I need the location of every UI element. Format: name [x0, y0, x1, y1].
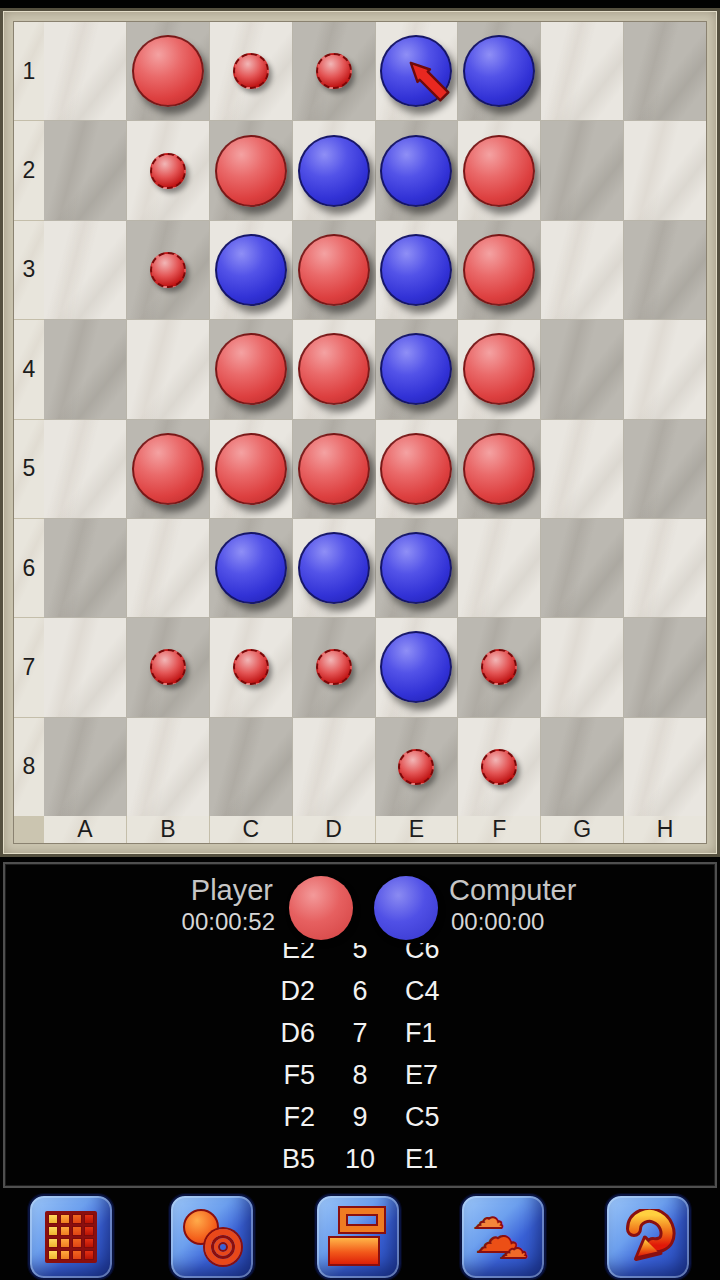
board-grid-icon — [45, 1211, 97, 1263]
blue-disc — [380, 333, 452, 405]
board-corner — [14, 816, 44, 843]
red-disc — [298, 333, 370, 405]
cell-G4[interactable] — [541, 320, 623, 418]
row-label-8: 8 — [14, 718, 44, 816]
discs-icon — [183, 1209, 241, 1265]
cell-A5[interactable] — [44, 420, 126, 518]
player-move: D2 — [225, 976, 315, 1007]
cell-H3[interactable] — [624, 221, 706, 319]
move-row: B510E1 — [5, 1138, 715, 1180]
move-row: D67F1 — [5, 1012, 715, 1054]
move-number: 5 — [315, 943, 405, 965]
computer-move: E7 — [405, 1060, 495, 1091]
cell-E8[interactable] — [376, 718, 458, 816]
red-disc — [463, 333, 535, 405]
player-move: E2 — [225, 943, 315, 965]
save-tray-icon — [330, 1208, 386, 1266]
undo-arrow-icon — [620, 1209, 676, 1265]
undo-button[interactable] — [605, 1194, 691, 1280]
cell-C1[interactable] — [210, 22, 292, 120]
move-row: D26C4 — [5, 970, 715, 1012]
blue-disc — [215, 532, 287, 604]
cell-F7[interactable] — [458, 618, 540, 716]
cell-B6[interactable] — [127, 519, 209, 617]
move-list[interactable]: E25C6D26C4D67F1F58E7F29C5B510E1 — [5, 943, 715, 1188]
column-label-E: E — [376, 816, 458, 843]
new-game-button[interactable] — [28, 1194, 114, 1280]
cell-D5[interactable] — [293, 420, 375, 518]
cell-E2[interactable] — [376, 121, 458, 219]
cell-C6[interactable] — [210, 519, 292, 617]
online-button[interactable]: ☁☁☁ — [460, 1194, 546, 1280]
cell-H5[interactable] — [624, 420, 706, 518]
computer-label: Computer — [449, 874, 576, 907]
column-label-F: F — [458, 816, 540, 843]
move-row: F58E7 — [5, 1054, 715, 1096]
legal-move-hint[interactable] — [150, 153, 186, 189]
cell-A7[interactable] — [44, 618, 126, 716]
player-move: F5 — [225, 1060, 315, 1091]
cell-A1[interactable] — [44, 22, 126, 120]
red-disc — [215, 135, 287, 207]
red-disc — [463, 234, 535, 306]
red-disc — [215, 433, 287, 505]
cell-H7[interactable] — [624, 618, 706, 716]
cell-D1[interactable] — [293, 22, 375, 120]
cell-H1[interactable] — [624, 22, 706, 120]
computer-move: C5 — [405, 1102, 495, 1133]
move-row: F29C5 — [5, 1096, 715, 1138]
move-number: 7 — [315, 1018, 405, 1049]
column-label-C: C — [210, 816, 292, 843]
cell-G7[interactable] — [541, 618, 623, 716]
legal-move-hint[interactable] — [481, 649, 517, 685]
cell-F2[interactable] — [458, 121, 540, 219]
cell-F6[interactable] — [458, 519, 540, 617]
cell-A3[interactable] — [44, 221, 126, 319]
legal-move-hint[interactable] — [233, 53, 269, 89]
legal-move-hint[interactable] — [481, 749, 517, 785]
cell-E1[interactable] — [376, 22, 458, 120]
cell-G3[interactable] — [541, 221, 623, 319]
red-disc — [463, 433, 535, 505]
cell-H6[interactable] — [624, 519, 706, 617]
cell-B7[interactable] — [127, 618, 209, 716]
cell-D6[interactable] — [293, 519, 375, 617]
blue-disc — [298, 532, 370, 604]
move-number: 6 — [315, 976, 405, 1007]
cell-C2[interactable] — [210, 121, 292, 219]
legal-move-hint[interactable] — [316, 53, 352, 89]
row-label-4: 4 — [14, 320, 44, 418]
cell-C5[interactable] — [210, 420, 292, 518]
row-labels: 12345678 — [14, 22, 44, 816]
cell-A2[interactable] — [44, 121, 126, 219]
column-label-G: G — [541, 816, 623, 843]
cell-D3[interactable] — [293, 221, 375, 319]
cell-B4[interactable] — [127, 320, 209, 418]
cell-F5[interactable] — [458, 420, 540, 518]
cell-E4[interactable] — [376, 320, 458, 418]
computer-move: F1 — [405, 1018, 495, 1049]
board-cells — [44, 22, 706, 816]
cell-H8[interactable] — [624, 718, 706, 816]
legal-move-hint[interactable] — [398, 749, 434, 785]
computer-disc-icon — [374, 876, 438, 940]
red-disc — [463, 135, 535, 207]
column-label-B: B — [127, 816, 209, 843]
red-disc — [215, 333, 287, 405]
row-label-5: 5 — [14, 420, 44, 518]
legal-move-hint[interactable] — [150, 252, 186, 288]
player-disc-icon — [289, 876, 353, 940]
cell-C4[interactable] — [210, 320, 292, 418]
blue-disc — [463, 35, 535, 107]
cell-G5[interactable] — [541, 420, 623, 518]
cell-H2[interactable] — [624, 121, 706, 219]
pieces-button[interactable] — [169, 1194, 255, 1280]
cell-E6[interactable] — [376, 519, 458, 617]
column-label-A: A — [44, 816, 126, 843]
game-board: 12345678 ABCDEFGH — [0, 8, 720, 857]
player-label: Player — [191, 874, 273, 907]
last-move-cursor-icon — [406, 58, 452, 104]
cell-E3[interactable] — [376, 221, 458, 319]
cell-G1[interactable] — [541, 22, 623, 120]
blue-disc — [215, 234, 287, 306]
cell-C8[interactable] — [210, 718, 292, 816]
cell-C3[interactable] — [210, 221, 292, 319]
cell-F1[interactable] — [458, 22, 540, 120]
board-frame-inner: 12345678 ABCDEFGH — [13, 21, 707, 844]
blue-disc — [380, 631, 452, 703]
cell-A6[interactable] — [44, 519, 126, 617]
blue-disc — [380, 532, 452, 604]
move-row: E25C6 — [5, 943, 715, 970]
cell-D7[interactable] — [293, 618, 375, 716]
column-label-D: D — [293, 816, 375, 843]
move-number: 8 — [315, 1060, 405, 1091]
blue-disc — [380, 135, 452, 207]
computer-move: C6 — [405, 943, 495, 965]
red-disc — [380, 433, 452, 505]
legal-move-hint[interactable] — [233, 649, 269, 685]
cell-H4[interactable] — [624, 320, 706, 418]
player-move: B5 — [225, 1144, 315, 1175]
red-disc — [132, 35, 204, 107]
row-label-1: 1 — [14, 22, 44, 120]
column-label-H: H — [624, 816, 706, 843]
cell-B8[interactable] — [127, 718, 209, 816]
legal-move-hint[interactable] — [150, 649, 186, 685]
cell-F4[interactable] — [458, 320, 540, 418]
player-timer: 00:00:52 — [182, 908, 275, 936]
cell-B2[interactable] — [127, 121, 209, 219]
row-label-6: 6 — [14, 519, 44, 617]
cell-E5[interactable] — [376, 420, 458, 518]
row-label-7: 7 — [14, 618, 44, 716]
red-disc — [298, 433, 370, 505]
cell-D2[interactable] — [293, 121, 375, 219]
cell-B3[interactable] — [127, 221, 209, 319]
legal-move-hint[interactable] — [316, 649, 352, 685]
move-number: 10 — [315, 1144, 405, 1175]
save-load-button[interactable] — [315, 1194, 401, 1280]
computer-move: C4 — [405, 976, 495, 1007]
blue-disc — [380, 234, 452, 306]
info-panel: Player 00:00:52 Computer 00:00:00 E25C6D… — [3, 862, 717, 1188]
cell-F3[interactable] — [458, 221, 540, 319]
move-number: 9 — [315, 1102, 405, 1133]
cell-A4[interactable] — [44, 320, 126, 418]
computer-move: E1 — [405, 1144, 495, 1175]
cell-E7[interactable] — [376, 618, 458, 716]
move-list-rows: E25C6D26C4D67F1F58E7F29C5B510E1 — [5, 943, 715, 1180]
clouds-icon: ☁☁☁ — [474, 1209, 532, 1265]
row-label-2: 2 — [14, 121, 44, 219]
cell-G2[interactable] — [541, 121, 623, 219]
computer-timer: 00:00:00 — [451, 908, 544, 936]
cell-G8[interactable] — [541, 718, 623, 816]
blue-disc — [298, 135, 370, 207]
cell-B5[interactable] — [127, 420, 209, 518]
cell-F8[interactable] — [458, 718, 540, 816]
column-labels: ABCDEFGH — [44, 816, 706, 843]
cell-B1[interactable] — [127, 22, 209, 120]
red-disc — [298, 234, 370, 306]
player-move: D6 — [225, 1018, 315, 1049]
cell-G6[interactable] — [541, 519, 623, 617]
cell-D8[interactable] — [293, 718, 375, 816]
player-move: F2 — [225, 1102, 315, 1133]
cell-D4[interactable] — [293, 320, 375, 418]
red-disc — [132, 433, 204, 505]
row-label-3: 3 — [14, 221, 44, 319]
cell-A8[interactable] — [44, 718, 126, 816]
cell-C7[interactable] — [210, 618, 292, 716]
